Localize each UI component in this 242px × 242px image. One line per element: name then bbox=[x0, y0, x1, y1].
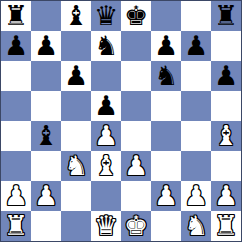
piece-white-pawn[interactable]: ♟ bbox=[94, 121, 118, 151]
square-c2[interactable] bbox=[61, 181, 91, 211]
piece-black-bishop[interactable]: ♝ bbox=[34, 121, 58, 151]
square-h4[interactable]: ♝ bbox=[211, 121, 241, 151]
piece-white-rook[interactable]: ♜ bbox=[4, 211, 28, 241]
piece-black-bishop[interactable]: ♝ bbox=[64, 1, 88, 31]
piece-black-pawn[interactable]: ♟ bbox=[34, 31, 58, 61]
square-e8[interactable]: ♚ bbox=[121, 1, 151, 31]
square-e5[interactable] bbox=[121, 91, 151, 121]
square-e2[interactable] bbox=[121, 181, 151, 211]
chess-board: ♜♝♛♚♜♟♟♞♟♟♟♞♟♟♝♟♝♞♝♟♟♟♟♟♟♜♛♚♞♜ bbox=[0, 0, 242, 242]
piece-black-pawn[interactable]: ♟ bbox=[64, 61, 88, 91]
piece-white-bishop[interactable]: ♝ bbox=[94, 151, 118, 181]
piece-black-king[interactable]: ♚ bbox=[124, 1, 148, 31]
square-e3[interactable]: ♟ bbox=[121, 151, 151, 181]
square-h1[interactable]: ♜ bbox=[211, 211, 241, 241]
piece-white-pawn[interactable]: ♟ bbox=[34, 181, 58, 211]
piece-white-pawn[interactable]: ♟ bbox=[214, 181, 238, 211]
square-f2[interactable]: ♟ bbox=[151, 181, 181, 211]
square-d6[interactable] bbox=[91, 61, 121, 91]
square-f4[interactable] bbox=[151, 121, 181, 151]
square-g2[interactable]: ♟ bbox=[181, 181, 211, 211]
square-f7[interactable]: ♟ bbox=[151, 31, 181, 61]
square-d8[interactable]: ♛ bbox=[91, 1, 121, 31]
square-e6[interactable] bbox=[121, 61, 151, 91]
square-a4[interactable] bbox=[1, 121, 31, 151]
square-b5[interactable] bbox=[31, 91, 61, 121]
square-f5[interactable] bbox=[151, 91, 181, 121]
piece-white-pawn[interactable]: ♟ bbox=[184, 181, 208, 211]
piece-white-rook[interactable]: ♜ bbox=[214, 211, 238, 241]
square-d5[interactable]: ♟ bbox=[91, 91, 121, 121]
square-c1[interactable] bbox=[61, 211, 91, 241]
square-a2[interactable]: ♟ bbox=[1, 181, 31, 211]
square-d4[interactable]: ♟ bbox=[91, 121, 121, 151]
piece-black-pawn[interactable]: ♟ bbox=[214, 61, 238, 91]
square-b1[interactable] bbox=[31, 211, 61, 241]
piece-white-bishop[interactable]: ♝ bbox=[214, 121, 238, 151]
square-g1[interactable]: ♞ bbox=[181, 211, 211, 241]
square-c6[interactable]: ♟ bbox=[61, 61, 91, 91]
square-h8[interactable]: ♜ bbox=[211, 1, 241, 31]
square-e7[interactable] bbox=[121, 31, 151, 61]
square-c7[interactable] bbox=[61, 31, 91, 61]
square-c8[interactable]: ♝ bbox=[61, 1, 91, 31]
square-d1[interactable]: ♛ bbox=[91, 211, 121, 241]
piece-white-king[interactable]: ♚ bbox=[124, 211, 148, 241]
piece-white-pawn[interactable]: ♟ bbox=[154, 181, 178, 211]
piece-black-queen[interactable]: ♛ bbox=[94, 1, 118, 31]
square-a8[interactable]: ♜ bbox=[1, 1, 31, 31]
square-e1[interactable]: ♚ bbox=[121, 211, 151, 241]
square-f6[interactable]: ♞ bbox=[151, 61, 181, 91]
piece-black-knight[interactable]: ♞ bbox=[94, 31, 118, 61]
square-e4[interactable] bbox=[121, 121, 151, 151]
piece-white-knight[interactable]: ♞ bbox=[64, 151, 88, 181]
square-d2[interactable] bbox=[91, 181, 121, 211]
square-b3[interactable] bbox=[31, 151, 61, 181]
square-g4[interactable] bbox=[181, 121, 211, 151]
piece-white-pawn[interactable]: ♟ bbox=[4, 181, 28, 211]
square-a7[interactable]: ♟ bbox=[1, 31, 31, 61]
piece-black-rook[interactable]: ♜ bbox=[214, 1, 238, 31]
square-b6[interactable] bbox=[31, 61, 61, 91]
piece-black-pawn[interactable]: ♟ bbox=[4, 31, 28, 61]
square-g5[interactable] bbox=[181, 91, 211, 121]
square-d3[interactable]: ♝ bbox=[91, 151, 121, 181]
square-d7[interactable]: ♞ bbox=[91, 31, 121, 61]
square-b8[interactable] bbox=[31, 1, 61, 31]
piece-black-rook[interactable]: ♜ bbox=[4, 1, 28, 31]
square-g8[interactable] bbox=[181, 1, 211, 31]
square-c4[interactable] bbox=[61, 121, 91, 151]
square-b2[interactable]: ♟ bbox=[31, 181, 61, 211]
piece-black-pawn[interactable]: ♟ bbox=[184, 31, 208, 61]
square-h2[interactable]: ♟ bbox=[211, 181, 241, 211]
square-a1[interactable]: ♜ bbox=[1, 211, 31, 241]
piece-white-queen[interactable]: ♛ bbox=[94, 211, 118, 241]
square-f3[interactable] bbox=[151, 151, 181, 181]
square-c5[interactable] bbox=[61, 91, 91, 121]
square-a5[interactable] bbox=[1, 91, 31, 121]
square-h3[interactable] bbox=[211, 151, 241, 181]
square-c3[interactable]: ♞ bbox=[61, 151, 91, 181]
square-a3[interactable] bbox=[1, 151, 31, 181]
square-h5[interactable] bbox=[211, 91, 241, 121]
square-b7[interactable]: ♟ bbox=[31, 31, 61, 61]
square-b4[interactable]: ♝ bbox=[31, 121, 61, 151]
square-g3[interactable] bbox=[181, 151, 211, 181]
piece-white-knight[interactable]: ♞ bbox=[184, 211, 208, 241]
piece-black-pawn[interactable]: ♟ bbox=[94, 91, 118, 121]
square-h6[interactable]: ♟ bbox=[211, 61, 241, 91]
square-h7[interactable] bbox=[211, 31, 241, 61]
square-g7[interactable]: ♟ bbox=[181, 31, 211, 61]
piece-black-knight[interactable]: ♞ bbox=[154, 61, 178, 91]
square-f8[interactable] bbox=[151, 1, 181, 31]
piece-white-pawn[interactable]: ♟ bbox=[124, 151, 148, 181]
square-g6[interactable] bbox=[181, 61, 211, 91]
square-a6[interactable] bbox=[1, 61, 31, 91]
piece-black-pawn[interactable]: ♟ bbox=[154, 31, 178, 61]
square-f1[interactable] bbox=[151, 211, 181, 241]
